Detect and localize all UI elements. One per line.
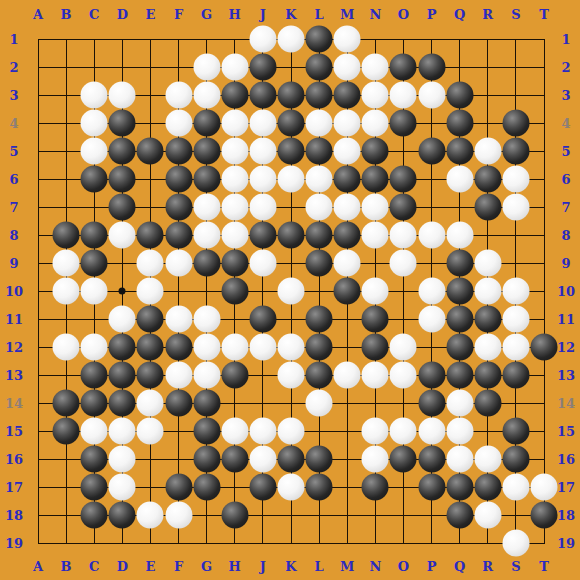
white-stone-L6 [306,166,333,193]
column-label-top-L: L [315,8,324,21]
white-stone-N13 [362,362,389,389]
white-stone-O13 [390,362,417,389]
row-label-right-1: 1 [561,33,570,46]
row-label-right-17: 17 [557,481,575,494]
column-label-bottom-H: H [229,560,241,573]
black-stone-O4 [390,110,417,137]
white-stone-N7 [362,194,389,221]
column-label-top-F: F [174,8,183,21]
black-stone-J2 [249,54,276,81]
white-stone-K15 [278,418,305,445]
white-stone-F18 [165,502,192,529]
row-label-right-10: 10 [557,285,575,298]
black-stone-T12 [531,334,558,361]
row-label-left-16: 16 [5,453,23,466]
black-stone-D5 [109,138,136,165]
black-stone-E13 [137,362,164,389]
black-stone-G17 [193,474,220,501]
white-stone-K1 [278,26,305,53]
white-stone-F9 [165,250,192,277]
white-stone-N10 [362,278,389,305]
black-stone-F12 [165,334,192,361]
column-label-bottom-L: L [315,560,324,573]
black-stone-G14 [193,390,220,417]
black-stone-L9 [306,250,333,277]
column-label-top-E: E [145,8,155,21]
white-stone-M4 [334,110,361,137]
black-stone-L16 [306,446,333,473]
black-stone-Q12 [446,334,473,361]
row-label-right-11: 11 [557,313,575,326]
black-stone-D12 [109,334,136,361]
row-label-left-4: 4 [9,117,18,130]
white-stone-G7 [193,194,220,221]
white-stone-S19 [502,530,529,557]
black-stone-R13 [474,362,501,389]
white-stone-C3 [81,82,108,109]
column-label-bottom-A: A [33,560,43,573]
grid-vertical-line [544,39,545,544]
black-stone-Q10 [446,278,473,305]
white-stone-K10 [278,278,305,305]
black-stone-Q5 [446,138,473,165]
column-label-top-K: K [285,8,296,21]
grid-vertical-line [38,39,39,544]
white-stone-S17 [502,474,529,501]
row-label-left-12: 12 [5,341,23,354]
white-stone-D8 [109,222,136,249]
white-stone-G3 [193,82,220,109]
black-stone-C17 [81,474,108,501]
column-label-top-J: J [260,8,266,21]
row-label-right-9: 9 [561,257,570,270]
row-label-left-5: 5 [9,145,18,158]
black-stone-S4 [502,110,529,137]
black-stone-Q17 [446,474,473,501]
black-stone-C6 [81,166,108,193]
black-stone-F17 [165,474,192,501]
row-label-left-6: 6 [9,173,18,186]
black-stone-L1 [306,26,333,53]
white-stone-M2 [334,54,361,81]
white-stone-M7 [334,194,361,221]
column-label-bottom-P: P [427,560,437,573]
white-stone-P10 [418,278,445,305]
black-stone-F5 [165,138,192,165]
black-stone-H16 [221,446,248,473]
column-label-bottom-B: B [61,560,72,573]
white-stone-R5 [474,138,501,165]
white-stone-D15 [109,418,136,445]
black-stone-J17 [249,474,276,501]
black-stone-N6 [362,166,389,193]
black-stone-D7 [109,194,136,221]
white-stone-T17 [531,474,558,501]
white-stone-C10 [81,278,108,305]
white-stone-K6 [278,166,305,193]
grid-horizontal-line [38,543,545,544]
white-stone-F13 [165,362,192,389]
white-stone-J12 [249,334,276,361]
white-stone-R9 [474,250,501,277]
white-stone-N2 [362,54,389,81]
column-label-bottom-E: E [145,560,155,573]
white-stone-L7 [306,194,333,221]
black-stone-D14 [109,390,136,417]
black-stone-O16 [390,446,417,473]
black-stone-R11 [474,306,501,333]
column-label-top-C: C [89,8,99,21]
black-stone-H10 [221,278,248,305]
white-stone-N8 [362,222,389,249]
column-label-top-Q: Q [454,8,465,21]
row-label-left-18: 18 [5,509,23,522]
white-stone-G11 [193,306,220,333]
white-stone-J5 [249,138,276,165]
white-stone-E10 [137,278,164,305]
black-stone-P14 [418,390,445,417]
white-stone-C15 [81,418,108,445]
white-stone-D3 [109,82,136,109]
column-label-bottom-S: S [511,560,520,573]
white-stone-O8 [390,222,417,249]
row-label-left-14: 14 [5,397,23,410]
white-stone-F4 [165,110,192,137]
black-stone-L11 [306,306,333,333]
black-stone-L2 [306,54,333,81]
row-label-right-3: 3 [561,89,570,102]
black-stone-G9 [193,250,220,277]
black-stone-L12 [306,334,333,361]
row-label-left-3: 3 [9,89,18,102]
black-stone-O6 [390,166,417,193]
white-stone-Q8 [446,222,473,249]
white-stone-G12 [193,334,220,361]
black-stone-E11 [137,306,164,333]
column-label-top-D: D [117,8,128,21]
black-stone-Q13 [446,362,473,389]
row-label-left-8: 8 [9,229,18,242]
black-stone-D6 [109,166,136,193]
white-stone-L14 [306,390,333,417]
white-stone-H12 [221,334,248,361]
white-stone-N15 [362,418,389,445]
black-stone-G15 [193,418,220,445]
white-stone-L4 [306,110,333,137]
row-label-left-7: 7 [9,201,18,214]
black-stone-L17 [306,474,333,501]
white-stone-J7 [249,194,276,221]
column-label-top-R: R [482,8,493,21]
black-stone-S16 [502,446,529,473]
row-label-left-15: 15 [5,425,23,438]
white-stone-J4 [249,110,276,137]
row-label-left-1: 1 [9,33,18,46]
column-label-bottom-Q: Q [454,560,465,573]
black-stone-D4 [109,110,136,137]
black-stone-M10 [334,278,361,305]
go-board[interactable]: AABBCCDDEEFFGGHHJJKKLLMMNNOOPPQQRRSSTT11… [0,0,580,580]
black-stone-N17 [362,474,389,501]
row-label-right-16: 16 [557,453,575,466]
white-stone-M13 [334,362,361,389]
row-label-right-14: 14 [557,397,575,410]
row-label-left-2: 2 [9,61,18,74]
white-stone-C12 [81,334,108,361]
column-label-top-M: M [340,8,354,21]
row-label-right-13: 13 [557,369,575,382]
column-label-bottom-R: R [482,560,493,573]
black-stone-C14 [81,390,108,417]
white-stone-Q16 [446,446,473,473]
white-stone-N4 [362,110,389,137]
column-label-top-G: G [201,8,212,21]
black-stone-L5 [306,138,333,165]
white-stone-O9 [390,250,417,277]
white-stone-B12 [53,334,80,361]
white-stone-M5 [334,138,361,165]
white-stone-J15 [249,418,276,445]
black-stone-S15 [502,418,529,445]
row-label-left-17: 17 [5,481,23,494]
white-stone-F11 [165,306,192,333]
black-stone-H9 [221,250,248,277]
black-stone-H13 [221,362,248,389]
row-label-right-5: 5 [561,145,570,158]
black-stone-K5 [278,138,305,165]
white-stone-H2 [221,54,248,81]
black-stone-R17 [474,474,501,501]
white-stone-N3 [362,82,389,109]
white-stone-K13 [278,362,305,389]
column-label-top-S: S [511,8,520,21]
white-stone-G8 [193,222,220,249]
black-stone-Q3 [446,82,473,109]
white-stone-H15 [221,418,248,445]
black-stone-O7 [390,194,417,221]
white-stone-M9 [334,250,361,277]
column-label-bottom-J: J [260,560,266,573]
white-stone-D17 [109,474,136,501]
black-stone-P2 [418,54,445,81]
white-stone-J16 [249,446,276,473]
row-label-left-19: 19 [5,537,23,550]
black-stone-P16 [418,446,445,473]
white-stone-G13 [193,362,220,389]
black-stone-J8 [249,222,276,249]
white-stone-P8 [418,222,445,249]
column-label-top-A: A [33,8,43,21]
white-stone-Q6 [446,166,473,193]
black-stone-O2 [390,54,417,81]
column-label-bottom-G: G [201,560,212,573]
white-stone-H8 [221,222,248,249]
white-stone-R16 [474,446,501,473]
row-label-right-19: 19 [557,537,575,550]
row-label-right-18: 18 [557,509,575,522]
black-stone-L8 [306,222,333,249]
black-stone-R7 [474,194,501,221]
black-stone-N11 [362,306,389,333]
black-stone-H18 [221,502,248,529]
white-stone-K12 [278,334,305,361]
row-label-right-8: 8 [561,229,570,242]
black-stone-K8 [278,222,305,249]
white-stone-N16 [362,446,389,473]
black-stone-M8 [334,222,361,249]
row-label-right-6: 6 [561,173,570,186]
black-stone-F7 [165,194,192,221]
white-stone-D16 [109,446,136,473]
black-stone-N12 [362,334,389,361]
star-point-D10 [119,288,126,295]
column-label-bottom-C: C [89,560,99,573]
column-label-bottom-N: N [369,560,381,573]
column-label-top-B: B [61,8,72,21]
white-stone-J6 [249,166,276,193]
black-stone-L3 [306,82,333,109]
white-stone-E15 [137,418,164,445]
black-stone-P17 [418,474,445,501]
white-stone-E18 [137,502,164,529]
black-stone-D18 [109,502,136,529]
white-stone-O15 [390,418,417,445]
white-stone-S10 [502,278,529,305]
black-stone-G6 [193,166,220,193]
row-label-right-15: 15 [557,425,575,438]
black-stone-L13 [306,362,333,389]
row-label-left-11: 11 [5,313,23,326]
column-label-top-O: O [398,8,409,21]
black-stone-R14 [474,390,501,417]
column-label-bottom-K: K [285,560,296,573]
white-stone-D11 [109,306,136,333]
column-label-bottom-D: D [117,560,128,573]
row-label-left-10: 10 [5,285,23,298]
black-stone-F14 [165,390,192,417]
row-label-right-4: 4 [561,117,570,130]
column-label-top-N: N [369,8,381,21]
column-label-bottom-O: O [398,560,409,573]
black-stone-P5 [418,138,445,165]
black-stone-K4 [278,110,305,137]
black-stone-M6 [334,166,361,193]
row-label-right-7: 7 [561,201,570,214]
black-stone-K3 [278,82,305,109]
black-stone-B15 [53,418,80,445]
white-stone-G2 [193,54,220,81]
black-stone-K16 [278,446,305,473]
white-stone-H6 [221,166,248,193]
white-stone-R10 [474,278,501,305]
column-label-bottom-M: M [340,560,354,573]
white-stone-C4 [81,110,108,137]
white-stone-S7 [502,194,529,221]
black-stone-E12 [137,334,164,361]
black-stone-D13 [109,362,136,389]
white-stone-S11 [502,306,529,333]
white-stone-C5 [81,138,108,165]
black-stone-E8 [137,222,164,249]
black-stone-S5 [502,138,529,165]
black-stone-Q9 [446,250,473,277]
black-stone-C16 [81,446,108,473]
white-stone-P15 [418,418,445,445]
black-stone-R6 [474,166,501,193]
white-stone-Q14 [446,390,473,417]
black-stone-S13 [502,362,529,389]
white-stone-H7 [221,194,248,221]
column-label-top-H: H [229,8,241,21]
black-stone-P13 [418,362,445,389]
column-label-bottom-T: T [539,560,549,573]
white-stone-S12 [502,334,529,361]
row-label-left-9: 9 [9,257,18,270]
white-stone-O3 [390,82,417,109]
column-label-top-P: P [427,8,437,21]
white-stone-H4 [221,110,248,137]
black-stone-F8 [165,222,192,249]
black-stone-C8 [81,222,108,249]
white-stone-H5 [221,138,248,165]
black-stone-M3 [334,82,361,109]
white-stone-B10 [53,278,80,305]
black-stone-B8 [53,222,80,249]
black-stone-G4 [193,110,220,137]
white-stone-R18 [474,502,501,529]
black-stone-C13 [81,362,108,389]
black-stone-E5 [137,138,164,165]
black-stone-J3 [249,82,276,109]
black-stone-C9 [81,250,108,277]
white-stone-J9 [249,250,276,277]
black-stone-H3 [221,82,248,109]
white-stone-F3 [165,82,192,109]
white-stone-S6 [502,166,529,193]
black-stone-T18 [531,502,558,529]
row-label-right-12: 12 [557,341,575,354]
row-label-left-13: 13 [5,369,23,382]
white-stone-Q15 [446,418,473,445]
column-label-bottom-F: F [174,560,183,573]
white-stone-B9 [53,250,80,277]
white-stone-K17 [278,474,305,501]
row-label-right-2: 2 [561,61,570,74]
white-stone-J1 [249,26,276,53]
black-stone-B14 [53,390,80,417]
black-stone-G16 [193,446,220,473]
white-stone-O12 [390,334,417,361]
column-label-top-T: T [539,8,549,21]
white-stone-E14 [137,390,164,417]
grid-horizontal-line [38,67,545,68]
white-stone-P3 [418,82,445,109]
white-stone-R12 [474,334,501,361]
black-stone-G5 [193,138,220,165]
black-stone-F6 [165,166,192,193]
black-stone-N5 [362,138,389,165]
white-stone-P11 [418,306,445,333]
black-stone-C18 [81,502,108,529]
black-stone-Q18 [446,502,473,529]
white-stone-E9 [137,250,164,277]
white-stone-M1 [334,26,361,53]
black-stone-J11 [249,306,276,333]
black-stone-Q4 [446,110,473,137]
black-stone-Q11 [446,306,473,333]
